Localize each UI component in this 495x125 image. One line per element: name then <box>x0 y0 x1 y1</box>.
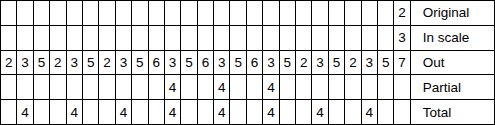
row-label-out: Out <box>411 51 495 76</box>
grid-cell-r2c8 <box>116 26 132 51</box>
grid-cell-r4c7 <box>99 75 115 100</box>
grid-cell-r1c1 <box>1 1 17 26</box>
grid-cell-r2c17 <box>263 26 279 51</box>
grid-cell-r4c8 <box>116 75 132 100</box>
grid-cell-r3c18: 5 <box>280 51 296 76</box>
grid-cell-r2c4 <box>50 26 66 51</box>
grid-cell-r4c6 <box>83 75 99 100</box>
grid-cell-r1c13 <box>198 1 214 26</box>
row-label-partial: Partial <box>411 75 495 100</box>
grid-cell-r2c2 <box>17 26 33 51</box>
grid-cell-r2c12 <box>181 26 197 51</box>
grid-cell-r3c3: 5 <box>34 51 50 76</box>
grid-cell-r3c12: 5 <box>181 51 197 76</box>
grid-cell-r1c18 <box>280 1 296 26</box>
grid-cell-r1c11 <box>165 1 181 26</box>
grid-cell-r5c25 <box>394 100 410 125</box>
grid-cell-r2c16 <box>247 26 263 51</box>
grid-cell-r5c16 <box>247 100 263 125</box>
grid-cell-r2c11 <box>165 26 181 51</box>
grid-cell-r1c15 <box>230 1 246 26</box>
grid-cell-r1c14 <box>214 1 230 26</box>
grid-cell-r5c5: 4 <box>67 100 83 125</box>
grid-cell-r4c13 <box>198 75 214 100</box>
grid-cell-r2c21 <box>329 26 345 51</box>
grid-cell-r2c13 <box>198 26 214 51</box>
grid-cell-r1c12 <box>181 1 197 26</box>
grid-cell-r5c6 <box>83 100 99 125</box>
tally-table: 2Original3In scale2352352356356356352352… <box>0 0 495 125</box>
grid-cell-r3c15: 5 <box>230 51 246 76</box>
grid-cell-r1c22 <box>345 1 361 26</box>
grid-cell-r4c12 <box>181 75 197 100</box>
grid-cell-r3c2: 3 <box>17 51 33 76</box>
grid-cell-r4c3 <box>34 75 50 100</box>
grid-cell-r5c14: 4 <box>214 100 230 125</box>
grid-cell-r4c19 <box>296 75 312 100</box>
grid-cell-r3c9: 5 <box>132 51 148 76</box>
grid-cell-r2c15 <box>230 26 246 51</box>
grid-cell-r4c17: 4 <box>263 75 279 100</box>
grid-cell-r1c8 <box>116 1 132 26</box>
grid-cell-r3c24: 5 <box>378 51 394 76</box>
grid-cell-r3c14: 3 <box>214 51 230 76</box>
grid-cell-r4c22 <box>345 75 361 100</box>
grid-cell-r3c17: 3 <box>263 51 279 76</box>
grid-cell-r4c11: 4 <box>165 75 181 100</box>
grid-cell-r2c19 <box>296 26 312 51</box>
grid-cell-r4c5 <box>67 75 83 100</box>
grid-cell-r2c5 <box>67 26 83 51</box>
grid-cell-r4c24 <box>378 75 394 100</box>
row-label-total: Total <box>411 100 495 125</box>
grid-cell-r1c10 <box>149 1 165 26</box>
grid-cell-r1c24 <box>378 1 394 26</box>
grid-cell-r1c25: 2 <box>394 1 410 26</box>
grid-cell-r2c3 <box>34 26 50 51</box>
grid-cell-r3c10: 6 <box>149 51 165 76</box>
grid-cell-r3c19: 2 <box>296 51 312 76</box>
grid-cell-r4c20 <box>312 75 328 100</box>
grid-cell-r2c18 <box>280 26 296 51</box>
grid-cell-r5c9 <box>132 100 148 125</box>
grid-cell-r3c23: 3 <box>362 51 378 76</box>
grid-cell-r1c9 <box>132 1 148 26</box>
grid-cell-r2c23 <box>362 26 378 51</box>
grid-cell-r4c2 <box>17 75 33 100</box>
grid-cell-r5c1 <box>1 100 17 125</box>
grid-cell-r5c10 <box>149 100 165 125</box>
grid-cell-r1c3 <box>34 1 50 26</box>
grid-cell-r4c14: 4 <box>214 75 230 100</box>
grid-cell-r5c18 <box>280 100 296 125</box>
grid-cell-r4c21 <box>329 75 345 100</box>
grid-cell-r5c11: 4 <box>165 100 181 125</box>
grid-cell-r3c11: 3 <box>165 51 181 76</box>
grid-cell-r1c2 <box>17 1 33 26</box>
grid-cell-r3c20: 3 <box>312 51 328 76</box>
grid-cell-r2c22 <box>345 26 361 51</box>
grid-cell-r4c1 <box>1 75 17 100</box>
grid-cell-r5c7 <box>99 100 115 125</box>
grid-cell-r3c7: 2 <box>99 51 115 76</box>
grid-cell-r5c15 <box>230 100 246 125</box>
grid-cell-r5c22 <box>345 100 361 125</box>
grid-cell-r3c25: 7 <box>394 51 410 76</box>
grid-cell-r5c3 <box>34 100 50 125</box>
grid-cell-r1c4 <box>50 1 66 26</box>
grid-cell-r1c16 <box>247 1 263 26</box>
grid-cell-r1c6 <box>83 1 99 26</box>
grid-cell-r5c12 <box>181 100 197 125</box>
grid-cell-r1c23 <box>362 1 378 26</box>
grid-cell-r5c17: 4 <box>263 100 279 125</box>
grid-cell-r3c21: 5 <box>329 51 345 76</box>
grid-cell-r5c2: 4 <box>17 100 33 125</box>
grid-cell-r1c20 <box>312 1 328 26</box>
grid-cell-r2c7 <box>99 26 115 51</box>
grid-cell-r4c25 <box>394 75 410 100</box>
grid-cell-r2c1 <box>1 26 17 51</box>
grid-cell-r5c20: 4 <box>312 100 328 125</box>
grid-cell-r3c8: 3 <box>116 51 132 76</box>
grid-cell-r3c6: 5 <box>83 51 99 76</box>
grid-cell-r4c4 <box>50 75 66 100</box>
grid-cell-r4c16 <box>247 75 263 100</box>
grid-cell-r2c10 <box>149 26 165 51</box>
grid-cell-r1c21 <box>329 1 345 26</box>
grid-cell-r1c5 <box>67 1 83 26</box>
grid-cell-r5c21 <box>329 100 345 125</box>
grid-cell-r3c1: 2 <box>1 51 17 76</box>
grid-cell-r2c20 <box>312 26 328 51</box>
grid-cell-r1c19 <box>296 1 312 26</box>
grid-cell-r2c6 <box>83 26 99 51</box>
grid-cell-r4c18 <box>280 75 296 100</box>
grid-cell-r1c7 <box>99 1 115 26</box>
grid-cell-r2c9 <box>132 26 148 51</box>
grid-cell-r4c23 <box>362 75 378 100</box>
grid-cell-r4c9 <box>132 75 148 100</box>
grid-cell-r5c23: 4 <box>362 100 378 125</box>
grid-cell-r3c16: 6 <box>247 51 263 76</box>
grid-cell-r3c4: 2 <box>50 51 66 76</box>
grid-cell-r3c5: 3 <box>67 51 83 76</box>
grid-cell-r5c24 <box>378 100 394 125</box>
grid-cell-r2c14 <box>214 26 230 51</box>
grid-cell-r3c13: 6 <box>198 51 214 76</box>
grid-cell-r3c22: 2 <box>345 51 361 76</box>
grid-cell-r5c19 <box>296 100 312 125</box>
grid-cell-r4c10 <box>149 75 165 100</box>
grid-cell-r4c15 <box>230 75 246 100</box>
grid-cell-r1c17 <box>263 1 279 26</box>
grid-cell-r5c8: 4 <box>116 100 132 125</box>
row-label-in-scale: In scale <box>411 26 495 51</box>
grid-cell-r2c24 <box>378 26 394 51</box>
grid-cell-r5c13 <box>198 100 214 125</box>
grid-cell-r2c25: 3 <box>394 26 410 51</box>
grid-cell-r5c4 <box>50 100 66 125</box>
row-label-original: Original <box>411 1 495 26</box>
